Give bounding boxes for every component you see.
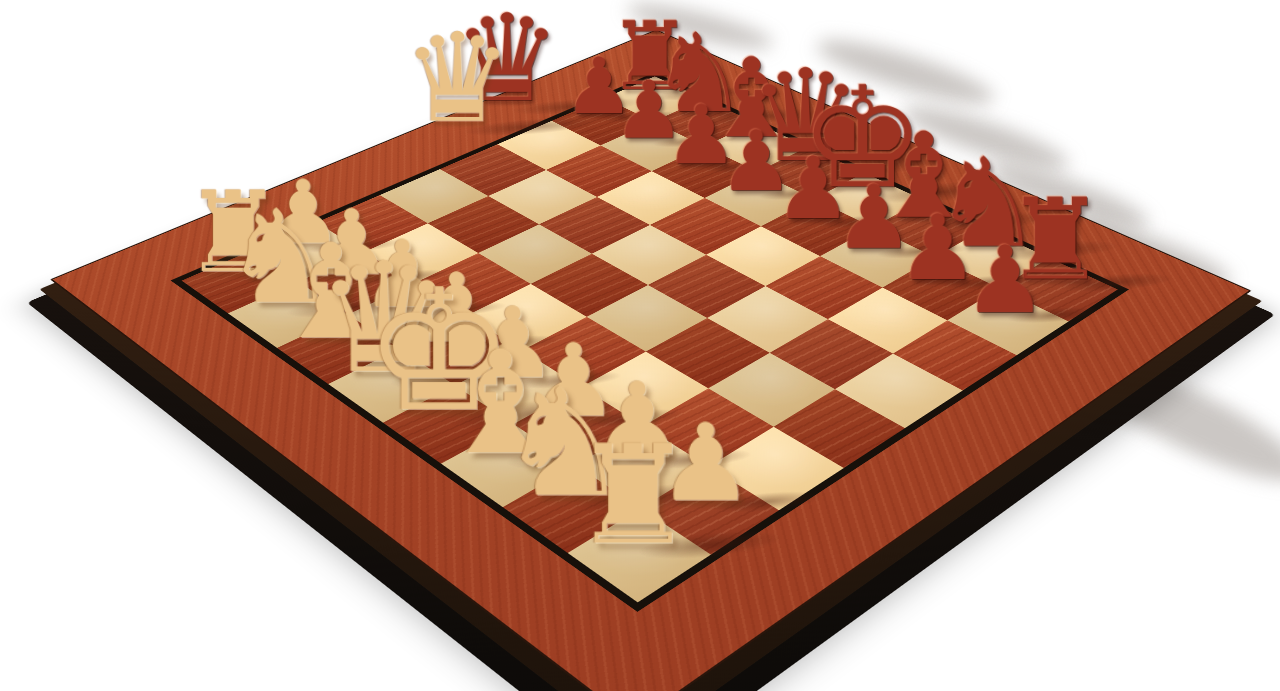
scene-3d: ♜♞♝♛♚♝♞♜♟♟♟♟♟♟♟♟♛♛♜♞♝♛♚♝♞♜♟♟♟♟♟♟♟♟ bbox=[0, 0, 1280, 691]
chess-board: ♜♞♝♛♚♝♞♜♟♟♟♟♟♟♟♟♛♛♜♞♝♛♚♝♞♜♟♟♟♟♟♟♟♟ bbox=[50, 29, 1252, 691]
piece-extra-white-queen: ♛ bbox=[402, 22, 512, 135]
chess-set-product-photo: ♜♞♝♛♚♝♞♜♟♟♟♟♟♟♟♟♛♛♜♞♝♛♚♝♞♜♟♟♟♟♟♟♟♟ bbox=[0, 0, 1280, 691]
piece-red-pawn-h7: ♟ bbox=[963, 238, 1046, 323]
piece-white-rook-h1: ♜ bbox=[571, 432, 694, 558]
